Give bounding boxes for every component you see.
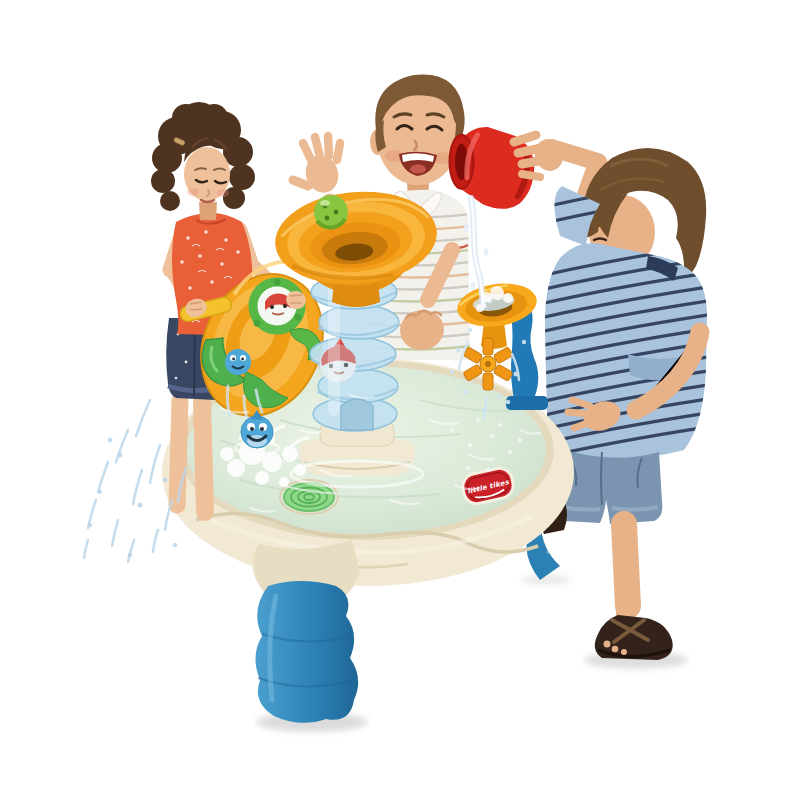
- arch-opening: [341, 399, 373, 430]
- ball-highlight: [320, 200, 330, 206]
- ring-nub: [254, 320, 261, 327]
- cheek: [217, 189, 229, 197]
- seam: [601, 452, 602, 505]
- fish-eye: [283, 304, 287, 308]
- fish-eye: [270, 305, 274, 309]
- ring-nub: [274, 279, 281, 286]
- tongue: [410, 165, 426, 174]
- neck: [199, 202, 217, 220]
- photo-illustration: little tikes: [0, 0, 800, 800]
- product-photo: little tikes: [0, 0, 800, 800]
- shadow-rear-leg: [522, 575, 570, 585]
- leg: [202, 402, 205, 512]
- ball-pupil: [241, 358, 244, 361]
- left-spray-drops: [88, 438, 177, 558]
- toes: [621, 649, 627, 655]
- bracket-clamp: [506, 396, 548, 410]
- ball-hole: [334, 210, 339, 215]
- cheek: [187, 188, 199, 196]
- ball-hole: [325, 216, 330, 221]
- ball-pupil: [232, 358, 235, 361]
- blue-ball: [225, 349, 251, 375]
- ring-nub: [295, 314, 302, 321]
- toes: [612, 646, 619, 653]
- toes: [604, 641, 611, 648]
